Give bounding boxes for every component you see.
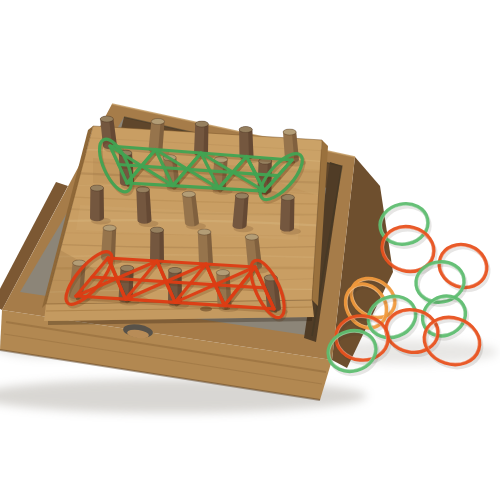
geoboard-scene-svg <box>0 0 500 500</box>
geoboard-photo-scene <box>0 0 500 500</box>
